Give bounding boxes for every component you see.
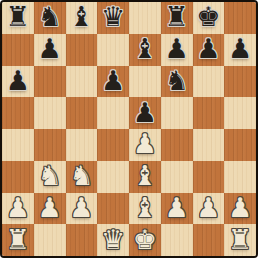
square-d5[interactable] bbox=[97, 97, 129, 129]
black-queen-piece: ♛ bbox=[101, 3, 125, 30]
square-e8[interactable] bbox=[129, 2, 161, 34]
square-b5[interactable] bbox=[34, 97, 66, 129]
square-d4[interactable] bbox=[97, 129, 129, 161]
square-h4[interactable] bbox=[224, 129, 256, 161]
square-d8[interactable]: ♛ bbox=[97, 2, 129, 34]
white-rook-piece: ♜ bbox=[6, 226, 30, 253]
square-d7[interactable] bbox=[97, 34, 129, 66]
square-h8[interactable] bbox=[224, 2, 256, 34]
black-bishop-piece: ♝ bbox=[133, 35, 157, 62]
square-f4[interactable] bbox=[161, 129, 193, 161]
chess-board-grid: ♜♞♝♛♜♚♟♝♟♟♟♟♟♞♟♟♞♞♝♟♟♟♝♟♟♟♜♛♚♜ bbox=[2, 2, 256, 256]
square-b2[interactable]: ♟ bbox=[34, 193, 66, 225]
white-knight-piece: ♞ bbox=[38, 162, 62, 189]
chess-board: ♜♞♝♛♜♚♟♝♟♟♟♟♟♞♟♟♞♞♝♟♟♟♝♟♟♟♜♛♚♜ bbox=[0, 0, 258, 258]
square-f3[interactable] bbox=[161, 161, 193, 193]
square-h3[interactable] bbox=[224, 161, 256, 193]
square-d2[interactable] bbox=[97, 193, 129, 225]
square-g8[interactable]: ♚ bbox=[193, 2, 225, 34]
square-c7[interactable] bbox=[66, 34, 98, 66]
square-a5[interactable] bbox=[2, 97, 34, 129]
white-pawn-piece: ♟ bbox=[6, 194, 30, 221]
square-g1[interactable] bbox=[193, 224, 225, 256]
square-b7[interactable]: ♟ bbox=[34, 34, 66, 66]
square-f8[interactable]: ♜ bbox=[161, 2, 193, 34]
white-bishop-piece: ♝ bbox=[133, 162, 157, 189]
square-e5[interactable]: ♟ bbox=[129, 97, 161, 129]
square-c6[interactable] bbox=[66, 66, 98, 98]
square-d3[interactable] bbox=[97, 161, 129, 193]
square-e6[interactable] bbox=[129, 66, 161, 98]
square-c8[interactable]: ♝ bbox=[66, 2, 98, 34]
square-b4[interactable] bbox=[34, 129, 66, 161]
square-a8[interactable]: ♜ bbox=[2, 2, 34, 34]
black-pawn-piece: ♟ bbox=[101, 67, 125, 94]
square-e1[interactable]: ♚ bbox=[129, 224, 161, 256]
square-b8[interactable]: ♞ bbox=[34, 2, 66, 34]
square-f7[interactable]: ♟ bbox=[161, 34, 193, 66]
square-g7[interactable]: ♟ bbox=[193, 34, 225, 66]
black-rook-piece: ♜ bbox=[6, 3, 30, 30]
square-c3[interactable]: ♞ bbox=[66, 161, 98, 193]
white-pawn-piece: ♟ bbox=[133, 130, 157, 157]
square-g2[interactable]: ♟ bbox=[193, 193, 225, 225]
white-rook-piece: ♜ bbox=[228, 226, 252, 253]
black-knight-piece: ♞ bbox=[38, 3, 62, 30]
square-g6[interactable] bbox=[193, 66, 225, 98]
black-rook-piece: ♜ bbox=[165, 3, 189, 30]
square-h2[interactable]: ♟ bbox=[224, 193, 256, 225]
square-f1[interactable] bbox=[161, 224, 193, 256]
black-king-piece: ♚ bbox=[196, 3, 220, 30]
white-pawn-piece: ♟ bbox=[228, 194, 252, 221]
white-pawn-piece: ♟ bbox=[69, 194, 93, 221]
square-h1[interactable]: ♜ bbox=[224, 224, 256, 256]
white-pawn-piece: ♟ bbox=[196, 194, 220, 221]
square-g5[interactable] bbox=[193, 97, 225, 129]
black-knight-piece: ♞ bbox=[165, 67, 189, 94]
square-f2[interactable]: ♟ bbox=[161, 193, 193, 225]
white-knight-piece: ♞ bbox=[69, 162, 93, 189]
square-b6[interactable] bbox=[34, 66, 66, 98]
square-h6[interactable] bbox=[224, 66, 256, 98]
square-h5[interactable] bbox=[224, 97, 256, 129]
square-e2[interactable]: ♝ bbox=[129, 193, 161, 225]
square-e4[interactable]: ♟ bbox=[129, 129, 161, 161]
white-pawn-piece: ♟ bbox=[165, 194, 189, 221]
square-c4[interactable] bbox=[66, 129, 98, 161]
square-c5[interactable] bbox=[66, 97, 98, 129]
black-pawn-piece: ♟ bbox=[165, 35, 189, 62]
black-pawn-piece: ♟ bbox=[196, 35, 220, 62]
black-pawn-piece: ♟ bbox=[228, 35, 252, 62]
square-c2[interactable]: ♟ bbox=[66, 193, 98, 225]
square-f6[interactable]: ♞ bbox=[161, 66, 193, 98]
white-king-piece: ♚ bbox=[133, 226, 157, 253]
square-a3[interactable] bbox=[2, 161, 34, 193]
square-c1[interactable] bbox=[66, 224, 98, 256]
square-d6[interactable]: ♟ bbox=[97, 66, 129, 98]
white-queen-piece: ♛ bbox=[101, 226, 125, 253]
square-e3[interactable]: ♝ bbox=[129, 161, 161, 193]
square-b3[interactable]: ♞ bbox=[34, 161, 66, 193]
square-h7[interactable]: ♟ bbox=[224, 34, 256, 66]
white-bishop-piece: ♝ bbox=[133, 194, 157, 221]
square-a6[interactable]: ♟ bbox=[2, 66, 34, 98]
square-a2[interactable]: ♟ bbox=[2, 193, 34, 225]
square-g3[interactable] bbox=[193, 161, 225, 193]
square-a4[interactable] bbox=[2, 129, 34, 161]
square-e7[interactable]: ♝ bbox=[129, 34, 161, 66]
square-a7[interactable] bbox=[2, 34, 34, 66]
square-a1[interactable]: ♜ bbox=[2, 224, 34, 256]
black-pawn-piece: ♟ bbox=[6, 67, 30, 94]
square-f5[interactable] bbox=[161, 97, 193, 129]
black-pawn-piece: ♟ bbox=[133, 99, 157, 126]
square-g4[interactable] bbox=[193, 129, 225, 161]
square-d1[interactable]: ♛ bbox=[97, 224, 129, 256]
square-b1[interactable] bbox=[34, 224, 66, 256]
white-pawn-piece: ♟ bbox=[38, 194, 62, 221]
black-bishop-piece: ♝ bbox=[69, 3, 93, 30]
black-pawn-piece: ♟ bbox=[38, 35, 62, 62]
